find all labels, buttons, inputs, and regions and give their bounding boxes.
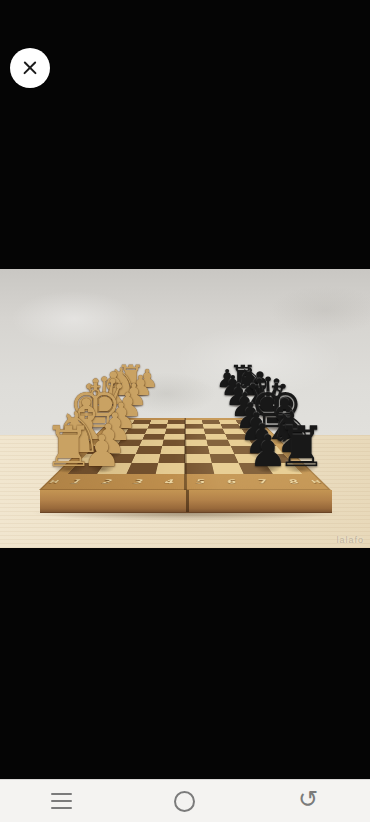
square-h3 (126, 463, 158, 474)
square-e3 (139, 440, 163, 447)
edge-number-5: 5 (182, 474, 218, 489)
nav-home-button[interactable] (155, 780, 215, 822)
watermark: lalafo (336, 535, 364, 545)
square-h5 (185, 463, 214, 474)
android-nav-bar: ↺ (0, 779, 370, 822)
nav-menu-button[interactable] (32, 780, 92, 822)
back-arrow-icon: ↺ (298, 787, 318, 811)
square-e5 (185, 440, 208, 447)
edge-number-6: 6 (215, 474, 248, 489)
square-g3 (131, 454, 160, 463)
menu-icon (51, 793, 72, 809)
board-front-gap (186, 490, 189, 512)
square-f4 (160, 446, 185, 454)
square-h4 (156, 463, 185, 474)
square-e4 (162, 440, 185, 447)
wall-background (0, 269, 370, 435)
close-button[interactable] (10, 48, 50, 88)
square-g5 (185, 454, 212, 463)
home-circle-icon (174, 791, 195, 812)
square-f5 (185, 446, 210, 454)
nav-back-button[interactable]: ↺ (278, 780, 338, 822)
square-g4 (158, 454, 185, 463)
square-f3 (136, 446, 162, 454)
edge-number-7: 7 (247, 474, 281, 489)
listing-photo[interactable]: 12345678 H H ♜♞♝♛♚♝♞♜♟♟♟♟♟♟♟♟♟♟♟♟♟♟♟♟♜♞♝… (0, 269, 370, 548)
photo-viewer-screen: 12345678 H H ♜♞♝♛♚♝♞♜♟♟♟♟♟♟♟♟♟♟♟♟♟♟♟♟♜♞♝… (0, 0, 370, 822)
board-front-edge (40, 490, 332, 513)
